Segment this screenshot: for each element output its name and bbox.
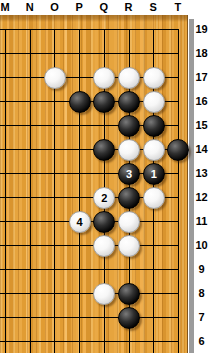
stone-white-S14[interactable]: [143, 139, 165, 161]
row-label-9: 9: [192, 262, 211, 277]
row-label-17: 17: [192, 70, 211, 85]
grid-vline-M: [5, 29, 6, 353]
grid-vline-P: [79, 29, 80, 353]
row-label-11: 11: [192, 214, 211, 229]
row-label-16: 16: [192, 94, 211, 109]
move-number-1: 1: [151, 168, 157, 180]
stone-black-R15[interactable]: [118, 115, 140, 137]
stone-white-R17[interactable]: [118, 67, 140, 89]
stone-black-Q16[interactable]: [93, 91, 115, 113]
stone-white-S16[interactable]: [143, 91, 165, 113]
col-label-Q: Q: [95, 1, 113, 14]
grid-hline-10: [0, 245, 179, 246]
row-label-15: 15: [192, 118, 211, 133]
row-label-13: 13: [192, 166, 211, 181]
stone-white-R10[interactable]: [118, 235, 140, 257]
go-board[interactable]: [0, 15, 188, 353]
grid-hline-8: [0, 293, 179, 294]
stone-black-R7[interactable]: [118, 307, 140, 329]
row-label-19: 19: [192, 22, 211, 37]
stone-black-R12[interactable]: [118, 187, 140, 209]
grid-hline-6: [0, 341, 179, 342]
move-number-4: 4: [77, 216, 83, 228]
stone-white-S17[interactable]: [143, 67, 165, 89]
row-label-10: 10: [192, 238, 211, 253]
stone-black-T14[interactable]: [167, 139, 189, 161]
row-label-6: 6: [192, 334, 211, 349]
row-label-8: 8: [192, 286, 211, 301]
col-label-N: N: [21, 1, 39, 14]
stone-black-Q14[interactable]: [93, 139, 115, 161]
col-label-P: P: [70, 1, 88, 14]
grid-vline-T: [178, 29, 179, 353]
col-label-M: M: [0, 1, 14, 14]
stone-white-S12[interactable]: [143, 187, 165, 209]
row-label-14: 14: [192, 142, 211, 157]
col-label-R: R: [120, 1, 138, 14]
stone-white-R11[interactable]: [118, 211, 140, 233]
stone-white-Q8[interactable]: [93, 283, 115, 305]
stone-white-O17[interactable]: [44, 67, 66, 89]
stone-black-R16[interactable]: [118, 91, 140, 113]
stone-white-R14[interactable]: [118, 139, 140, 161]
col-label-T: T: [169, 1, 187, 14]
stone-black-R13[interactable]: 3: [118, 163, 140, 185]
stone-black-S15[interactable]: [143, 115, 165, 137]
stone-black-P16[interactable]: [69, 91, 91, 113]
grid-hline-7: [0, 317, 179, 318]
stone-black-S13[interactable]: 1: [143, 163, 165, 185]
grid-vline-N: [30, 29, 31, 353]
stone-white-Q10[interactable]: [93, 235, 115, 257]
grid-hline-9: [0, 269, 179, 270]
stone-white-Q17[interactable]: [93, 67, 115, 89]
grid-hline-18: [0, 53, 179, 54]
stone-white-Q12[interactable]: 2: [93, 187, 115, 209]
row-label-18: 18: [192, 46, 211, 61]
stone-black-Q11[interactable]: [93, 211, 115, 233]
stone-white-P11[interactable]: 4: [69, 211, 91, 233]
go-diagram: MNOPQRST191817161514131211109876 2431: [0, 0, 212, 353]
move-number-2: 2: [101, 192, 107, 204]
stone-black-R8[interactable]: [118, 283, 140, 305]
grid-hline-19: [0, 29, 179, 30]
board-top-bevel: [0, 15, 187, 22]
row-label-12: 12: [192, 190, 211, 205]
row-label-7: 7: [192, 310, 211, 325]
col-label-O: O: [45, 1, 63, 14]
col-label-S: S: [144, 1, 162, 14]
move-number-3: 3: [126, 168, 132, 180]
